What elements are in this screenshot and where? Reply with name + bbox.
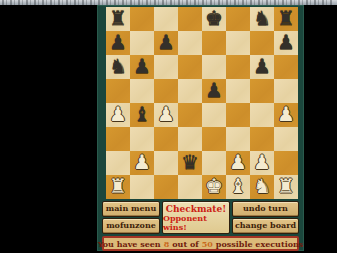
square-h2[interactable] (274, 151, 298, 175)
executions-total-count: 50 (202, 239, 213, 249)
square-c2[interactable] (154, 151, 178, 175)
black-rook-icon: ♜ (277, 6, 295, 30)
white-knight-icon: ♞ (253, 174, 271, 198)
square-h7[interactable]: ♟ (274, 31, 298, 55)
white-pawn-icon: ♟ (133, 150, 151, 174)
square-f4[interactable] (226, 103, 250, 127)
executions-banner: You have seen 8 out of 50 possible execu… (102, 236, 299, 251)
square-b8[interactable] (130, 7, 154, 31)
main-menu-button[interactable]: main menu (102, 201, 160, 217)
square-f1[interactable]: ♝ (226, 175, 250, 199)
square-c6[interactable] (154, 55, 178, 79)
square-h4[interactable]: ♟ (274, 103, 298, 127)
black-bishop-icon: ♝ (133, 102, 151, 126)
square-h3[interactable] (274, 127, 298, 151)
square-d1[interactable] (178, 175, 202, 199)
chess-game-frame: ♜♚♞♜♟♟♟♞♟♟♟♟♝♟♟♟♛♟♟♜♚♝♞♜ main menu mofun… (97, 5, 304, 251)
control-bar: main menu mofunzone Checkmate! Opponent … (102, 201, 299, 234)
status-checkmate-text: Checkmate! (166, 204, 226, 214)
square-b3[interactable] (130, 127, 154, 151)
chess-board: ♜♚♞♜♟♟♟♞♟♟♟♟♝♟♟♟♛♟♟♜♚♝♞♜ (106, 7, 298, 199)
square-e6[interactable] (202, 55, 226, 79)
square-d4[interactable] (178, 103, 202, 127)
white-pawn-icon: ♟ (253, 150, 271, 174)
square-e1[interactable]: ♚ (202, 175, 226, 199)
square-e7[interactable] (202, 31, 226, 55)
square-g1[interactable]: ♞ (250, 175, 274, 199)
square-g4[interactable] (250, 103, 274, 127)
black-pawn-icon: ♟ (133, 54, 151, 78)
square-a4[interactable]: ♟ (106, 103, 130, 127)
square-d6[interactable] (178, 55, 202, 79)
square-b4[interactable]: ♝ (130, 103, 154, 127)
white-pawn-icon: ♟ (229, 150, 247, 174)
black-pawn-icon: ♟ (253, 54, 271, 78)
square-c3[interactable] (154, 127, 178, 151)
square-g7[interactable] (250, 31, 274, 55)
square-e5[interactable]: ♟ (202, 79, 226, 103)
square-a1[interactable]: ♜ (106, 175, 130, 199)
square-g5[interactable] (250, 79, 274, 103)
square-d3[interactable] (178, 127, 202, 151)
left-button-column: main menu mofunzone (102, 201, 160, 234)
black-pawn-icon: ♟ (157, 30, 175, 54)
square-e3[interactable] (202, 127, 226, 151)
banner-middle: out of (172, 239, 198, 249)
square-e4[interactable] (202, 103, 226, 127)
black-rook-icon: ♜ (109, 6, 127, 30)
white-pawn-icon: ♟ (277, 102, 295, 126)
square-b2[interactable]: ♟ (130, 151, 154, 175)
square-f2[interactable]: ♟ (226, 151, 250, 175)
undo-turn-button[interactable]: undo turn (232, 201, 299, 217)
black-knight-icon: ♞ (253, 6, 271, 30)
banner-suffix: possible executions (216, 239, 304, 249)
square-a5[interactable] (106, 79, 130, 103)
white-pawn-icon: ♟ (157, 102, 175, 126)
square-b6[interactable]: ♟ (130, 55, 154, 79)
square-c5[interactable] (154, 79, 178, 103)
square-f8[interactable] (226, 7, 250, 31)
square-h5[interactable] (274, 79, 298, 103)
white-pawn-icon: ♟ (109, 102, 127, 126)
square-h6[interactable] (274, 55, 298, 79)
square-g2[interactable]: ♟ (250, 151, 274, 175)
square-d8[interactable] (178, 7, 202, 31)
change-board-button[interactable]: change board (232, 218, 299, 234)
square-a3[interactable] (106, 127, 130, 151)
square-c1[interactable] (154, 175, 178, 199)
black-king-icon: ♚ (205, 6, 223, 30)
mofunzone-button[interactable]: mofunzone (102, 218, 160, 234)
black-pawn-icon: ♟ (109, 30, 127, 54)
black-pawn-icon: ♟ (277, 30, 295, 54)
square-a2[interactable] (106, 151, 130, 175)
white-king-icon: ♚ (205, 174, 223, 198)
square-g6[interactable]: ♟ (250, 55, 274, 79)
square-d7[interactable] (178, 31, 202, 55)
square-h1[interactable]: ♜ (274, 175, 298, 199)
right-button-column: undo turn change board (232, 201, 299, 234)
black-pawn-icon: ♟ (205, 78, 223, 102)
square-g3[interactable] (250, 127, 274, 151)
square-b1[interactable] (130, 175, 154, 199)
square-d5[interactable] (178, 79, 202, 103)
square-e8[interactable]: ♚ (202, 7, 226, 31)
white-bishop-icon: ♝ (229, 174, 247, 198)
black-knight-icon: ♞ (109, 54, 127, 78)
black-queen-icon: ♛ (181, 150, 199, 174)
square-h8[interactable]: ♜ (274, 7, 298, 31)
square-d2[interactable]: ♛ (178, 151, 202, 175)
status-winner-text: Opponent wins! (163, 214, 229, 232)
square-c7[interactable]: ♟ (154, 31, 178, 55)
square-a8[interactable]: ♜ (106, 7, 130, 31)
square-c8[interactable] (154, 7, 178, 31)
square-f5[interactable] (226, 79, 250, 103)
square-a7[interactable]: ♟ (106, 31, 130, 55)
square-b5[interactable] (130, 79, 154, 103)
status-panel: Checkmate! Opponent wins! (162, 201, 230, 234)
square-g8[interactable]: ♞ (250, 7, 274, 31)
banner-prefix: You have seen (98, 239, 161, 249)
square-b7[interactable] (130, 31, 154, 55)
white-rook-icon: ♜ (277, 174, 295, 198)
white-rook-icon: ♜ (109, 174, 127, 198)
square-f7[interactable] (226, 31, 250, 55)
square-a6[interactable]: ♞ (106, 55, 130, 79)
square-f6[interactable] (226, 55, 250, 79)
executions-seen-count: 8 (164, 239, 170, 249)
square-f3[interactable] (226, 127, 250, 151)
square-c4[interactable]: ♟ (154, 103, 178, 127)
square-e2[interactable] (202, 151, 226, 175)
